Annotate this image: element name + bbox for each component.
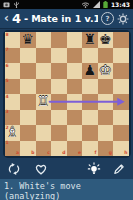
square-h6[interactable] (113, 63, 129, 79)
white-bishop: ♗ (6, 125, 19, 141)
camera-icon (3, 1, 10, 8)
square-a6[interactable]: 6 (5, 63, 21, 79)
white-rook: ♖ (37, 94, 50, 110)
chess-board: 8♛♜♚76♟♔54♖32♗1abcdefgh (5, 32, 129, 156)
square-c6[interactable] (36, 63, 52, 79)
file-label: e (78, 151, 81, 156)
square-b5[interactable] (20, 79, 36, 95)
rank-label: 8 (6, 33, 9, 38)
square-h4[interactable] (113, 94, 129, 110)
square-c3[interactable] (36, 110, 52, 126)
square-c7[interactable] (36, 48, 52, 64)
white-king: ♔ (99, 63, 112, 79)
square-e7[interactable] (67, 48, 83, 64)
square-b7[interactable] (20, 48, 36, 64)
square-f8[interactable]: ♜ (82, 32, 98, 48)
square-e8[interactable] (67, 32, 83, 48)
square-a7[interactable]: 7 (5, 48, 21, 64)
square-g8[interactable]: ♚ (98, 32, 114, 48)
black-rook: ♜ (83, 32, 96, 48)
square-h8[interactable] (113, 32, 129, 48)
square-c8[interactable] (36, 32, 52, 48)
file-label: d (62, 151, 65, 156)
square-b6[interactable] (20, 63, 36, 79)
analysis-status: (analyzing) (4, 191, 129, 200)
rank-label: 4 (6, 95, 9, 100)
black-king: ♚ (99, 32, 112, 48)
clock: 13:43 (111, 1, 130, 8)
square-d6[interactable] (51, 63, 67, 79)
status-bar: 13:43 (0, 0, 133, 9)
title-dash: - (24, 13, 28, 24)
square-f4[interactable] (82, 94, 98, 110)
edit-pencil-icon[interactable] (112, 162, 126, 176)
file-label: b (31, 151, 34, 156)
square-a8[interactable]: 8 (5, 32, 21, 48)
square-d5[interactable] (51, 79, 67, 95)
file-label: f (95, 151, 97, 156)
square-g4[interactable] (98, 94, 114, 110)
square-d4[interactable] (51, 94, 67, 110)
help-icon[interactable]: ? (101, 12, 114, 25)
square-g5[interactable] (98, 79, 114, 95)
square-f1[interactable]: f (82, 141, 98, 157)
square-g6[interactable]: ♔ (98, 63, 114, 79)
square-d7[interactable] (51, 48, 67, 64)
square-d3[interactable] (51, 110, 67, 126)
rank-label: 1 (6, 141, 9, 146)
square-d1[interactable]: d (51, 141, 67, 157)
rank-label: 7 (6, 48, 9, 53)
battery-icon (103, 1, 108, 8)
square-d2[interactable] (51, 125, 67, 141)
square-e4[interactable] (67, 94, 83, 110)
square-e2[interactable] (67, 125, 83, 141)
page-title: Mate in 1 v.1 (31, 13, 98, 24)
square-a2[interactable]: 2♗ (5, 125, 21, 141)
square-b2[interactable] (20, 125, 36, 141)
file-label: h (124, 151, 127, 156)
hint-lightbulb-icon[interactable] (87, 162, 101, 176)
restart-icon[interactable] (7, 162, 21, 176)
square-a5[interactable]: 5 (5, 79, 21, 95)
file-label: a (16, 151, 19, 156)
square-e3[interactable] (67, 110, 83, 126)
square-a4[interactable]: 4 (5, 94, 21, 110)
square-h2[interactable] (113, 125, 129, 141)
black-pawn: ♟ (83, 63, 96, 79)
square-c1[interactable]: c (36, 141, 52, 157)
square-f5[interactable] (82, 79, 98, 95)
square-a1[interactable]: 1a (5, 141, 21, 157)
square-g2[interactable] (98, 125, 114, 141)
square-f3[interactable] (82, 110, 98, 126)
square-c4[interactable]: ♖ (36, 94, 52, 110)
move-text: 1. White's move (4, 181, 129, 191)
back-chevron-icon[interactable]: ‹ (4, 12, 9, 24)
favorite-heart-icon[interactable] (34, 162, 48, 176)
puzzle-number: 4 (12, 12, 21, 25)
file-label: c (47, 151, 50, 156)
black-queen: ♛ (21, 32, 34, 48)
square-c2[interactable] (36, 125, 52, 141)
square-f6[interactable]: ♟ (82, 63, 98, 79)
rank-label: 3 (6, 110, 9, 115)
square-h1[interactable]: h (113, 141, 129, 157)
wifi-icon (81, 1, 90, 8)
signal-icon (93, 1, 100, 8)
toolbar (0, 158, 133, 179)
square-b3[interactable] (20, 110, 36, 126)
square-e5[interactable] (67, 79, 83, 95)
square-g3[interactable] (98, 110, 114, 126)
square-f2[interactable] (82, 125, 98, 141)
square-e6[interactable] (67, 63, 83, 79)
square-b8[interactable]: ♛ (20, 32, 36, 48)
rank-label: 5 (6, 79, 9, 84)
square-h7[interactable] (113, 48, 129, 64)
rank-label: 6 (6, 64, 9, 69)
move-panel: 1. White's move (analyzing) (0, 179, 133, 200)
square-h5[interactable] (113, 79, 129, 95)
board-frame: 8♛♜♚76♟♔54♖32♗1abcdefgh (3, 30, 131, 158)
header: ‹ 4 - Mate in 1 v.1 ? (0, 9, 133, 29)
usb-icon (13, 1, 20, 8)
square-e1[interactable]: e (67, 141, 83, 157)
square-b1[interactable]: b (20, 141, 36, 157)
file-label: g (109, 151, 112, 156)
settings-gear-icon[interactable] (117, 13, 129, 25)
square-d8[interactable] (51, 32, 67, 48)
square-b4[interactable] (20, 94, 36, 110)
square-h3[interactable] (113, 110, 129, 126)
square-g1[interactable]: g (98, 141, 114, 157)
